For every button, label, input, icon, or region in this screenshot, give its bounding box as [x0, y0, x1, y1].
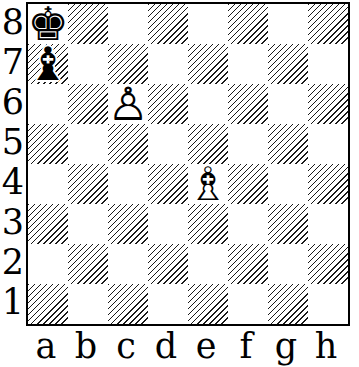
rank-label-7: 7 [0, 42, 26, 82]
square-c3[interactable] [108, 204, 148, 244]
square-h1[interactable] [308, 284, 348, 324]
square-e7[interactable] [188, 44, 228, 84]
square-d4[interactable] [148, 164, 188, 204]
square-g5[interactable] [268, 124, 308, 164]
rank-label-1: 1 [0, 282, 26, 322]
square-a6[interactable] [28, 84, 68, 124]
square-h4[interactable] [308, 164, 348, 204]
square-g4[interactable] [268, 164, 308, 204]
file-label-f: f [226, 326, 266, 367]
file-label-d: d [146, 326, 186, 367]
file-label-h: h [306, 326, 346, 367]
white-pawn-c6[interactable]: ♙ [107, 81, 148, 127]
square-c6[interactable]: ♙ [108, 84, 148, 124]
rank-label-2: 2 [0, 242, 26, 282]
square-d3[interactable] [148, 204, 188, 244]
white-bishop-e4[interactable]: ♗ [187, 161, 228, 207]
square-h6[interactable] [308, 84, 348, 124]
rank-label-3: 3 [0, 202, 26, 242]
square-h8[interactable] [308, 4, 348, 44]
square-b3[interactable] [68, 204, 108, 244]
square-a2[interactable] [28, 244, 68, 284]
square-d6[interactable] [148, 84, 188, 124]
square-f4[interactable] [228, 164, 268, 204]
rank-label-6: 6 [0, 82, 26, 122]
square-b5[interactable] [68, 124, 108, 164]
square-c8[interactable] [108, 4, 148, 44]
square-h7[interactable] [308, 44, 348, 84]
square-e8[interactable] [188, 4, 228, 44]
square-f7[interactable] [228, 44, 268, 84]
square-d7[interactable] [148, 44, 188, 84]
board: ♚♝♙♗ [26, 2, 350, 326]
file-label-a: a [26, 326, 66, 367]
square-c2[interactable] [108, 244, 148, 284]
chess-diagram: 87654321 ♚♝♙♗ abcdefgh [0, 0, 359, 367]
square-b2[interactable] [68, 244, 108, 284]
square-a5[interactable] [28, 124, 68, 164]
square-g1[interactable] [268, 284, 308, 324]
square-e6[interactable] [188, 84, 228, 124]
square-c5[interactable] [108, 124, 148, 164]
square-d2[interactable] [148, 244, 188, 284]
square-b7[interactable] [68, 44, 108, 84]
square-f1[interactable] [228, 284, 268, 324]
black-bishop-a7[interactable]: ♝ [27, 41, 68, 87]
square-g8[interactable] [268, 4, 308, 44]
square-f5[interactable] [228, 124, 268, 164]
square-g3[interactable] [268, 204, 308, 244]
square-b6[interactable] [68, 84, 108, 124]
square-d5[interactable] [148, 124, 188, 164]
square-c4[interactable] [108, 164, 148, 204]
square-e4[interactable]: ♗ [188, 164, 228, 204]
file-labels: abcdefgh [26, 326, 350, 367]
rank-labels: 87654321 [0, 2, 26, 326]
square-h5[interactable] [308, 124, 348, 164]
square-d1[interactable] [148, 284, 188, 324]
square-h3[interactable] [308, 204, 348, 244]
file-label-e: e [186, 326, 226, 367]
square-f6[interactable] [228, 84, 268, 124]
square-c1[interactable] [108, 284, 148, 324]
rank-label-4: 4 [0, 162, 26, 202]
square-b1[interactable] [68, 284, 108, 324]
square-h2[interactable] [308, 244, 348, 284]
square-e1[interactable] [188, 284, 228, 324]
square-f3[interactable] [228, 204, 268, 244]
square-a1[interactable] [28, 284, 68, 324]
rank-label-8: 8 [0, 2, 26, 42]
square-b8[interactable] [68, 4, 108, 44]
file-label-g: g [266, 326, 306, 367]
square-e3[interactable] [188, 204, 228, 244]
square-g7[interactable] [268, 44, 308, 84]
square-g6[interactable] [268, 84, 308, 124]
square-a4[interactable] [28, 164, 68, 204]
square-a7[interactable]: ♝ [28, 44, 68, 84]
square-e2[interactable] [188, 244, 228, 284]
square-a3[interactable] [28, 204, 68, 244]
rank-label-5: 5 [0, 122, 26, 162]
square-f8[interactable] [228, 4, 268, 44]
square-d8[interactable] [148, 4, 188, 44]
file-label-b: b [66, 326, 106, 367]
square-f2[interactable] [228, 244, 268, 284]
file-label-c: c [106, 326, 146, 367]
square-g2[interactable] [268, 244, 308, 284]
square-b4[interactable] [68, 164, 108, 204]
